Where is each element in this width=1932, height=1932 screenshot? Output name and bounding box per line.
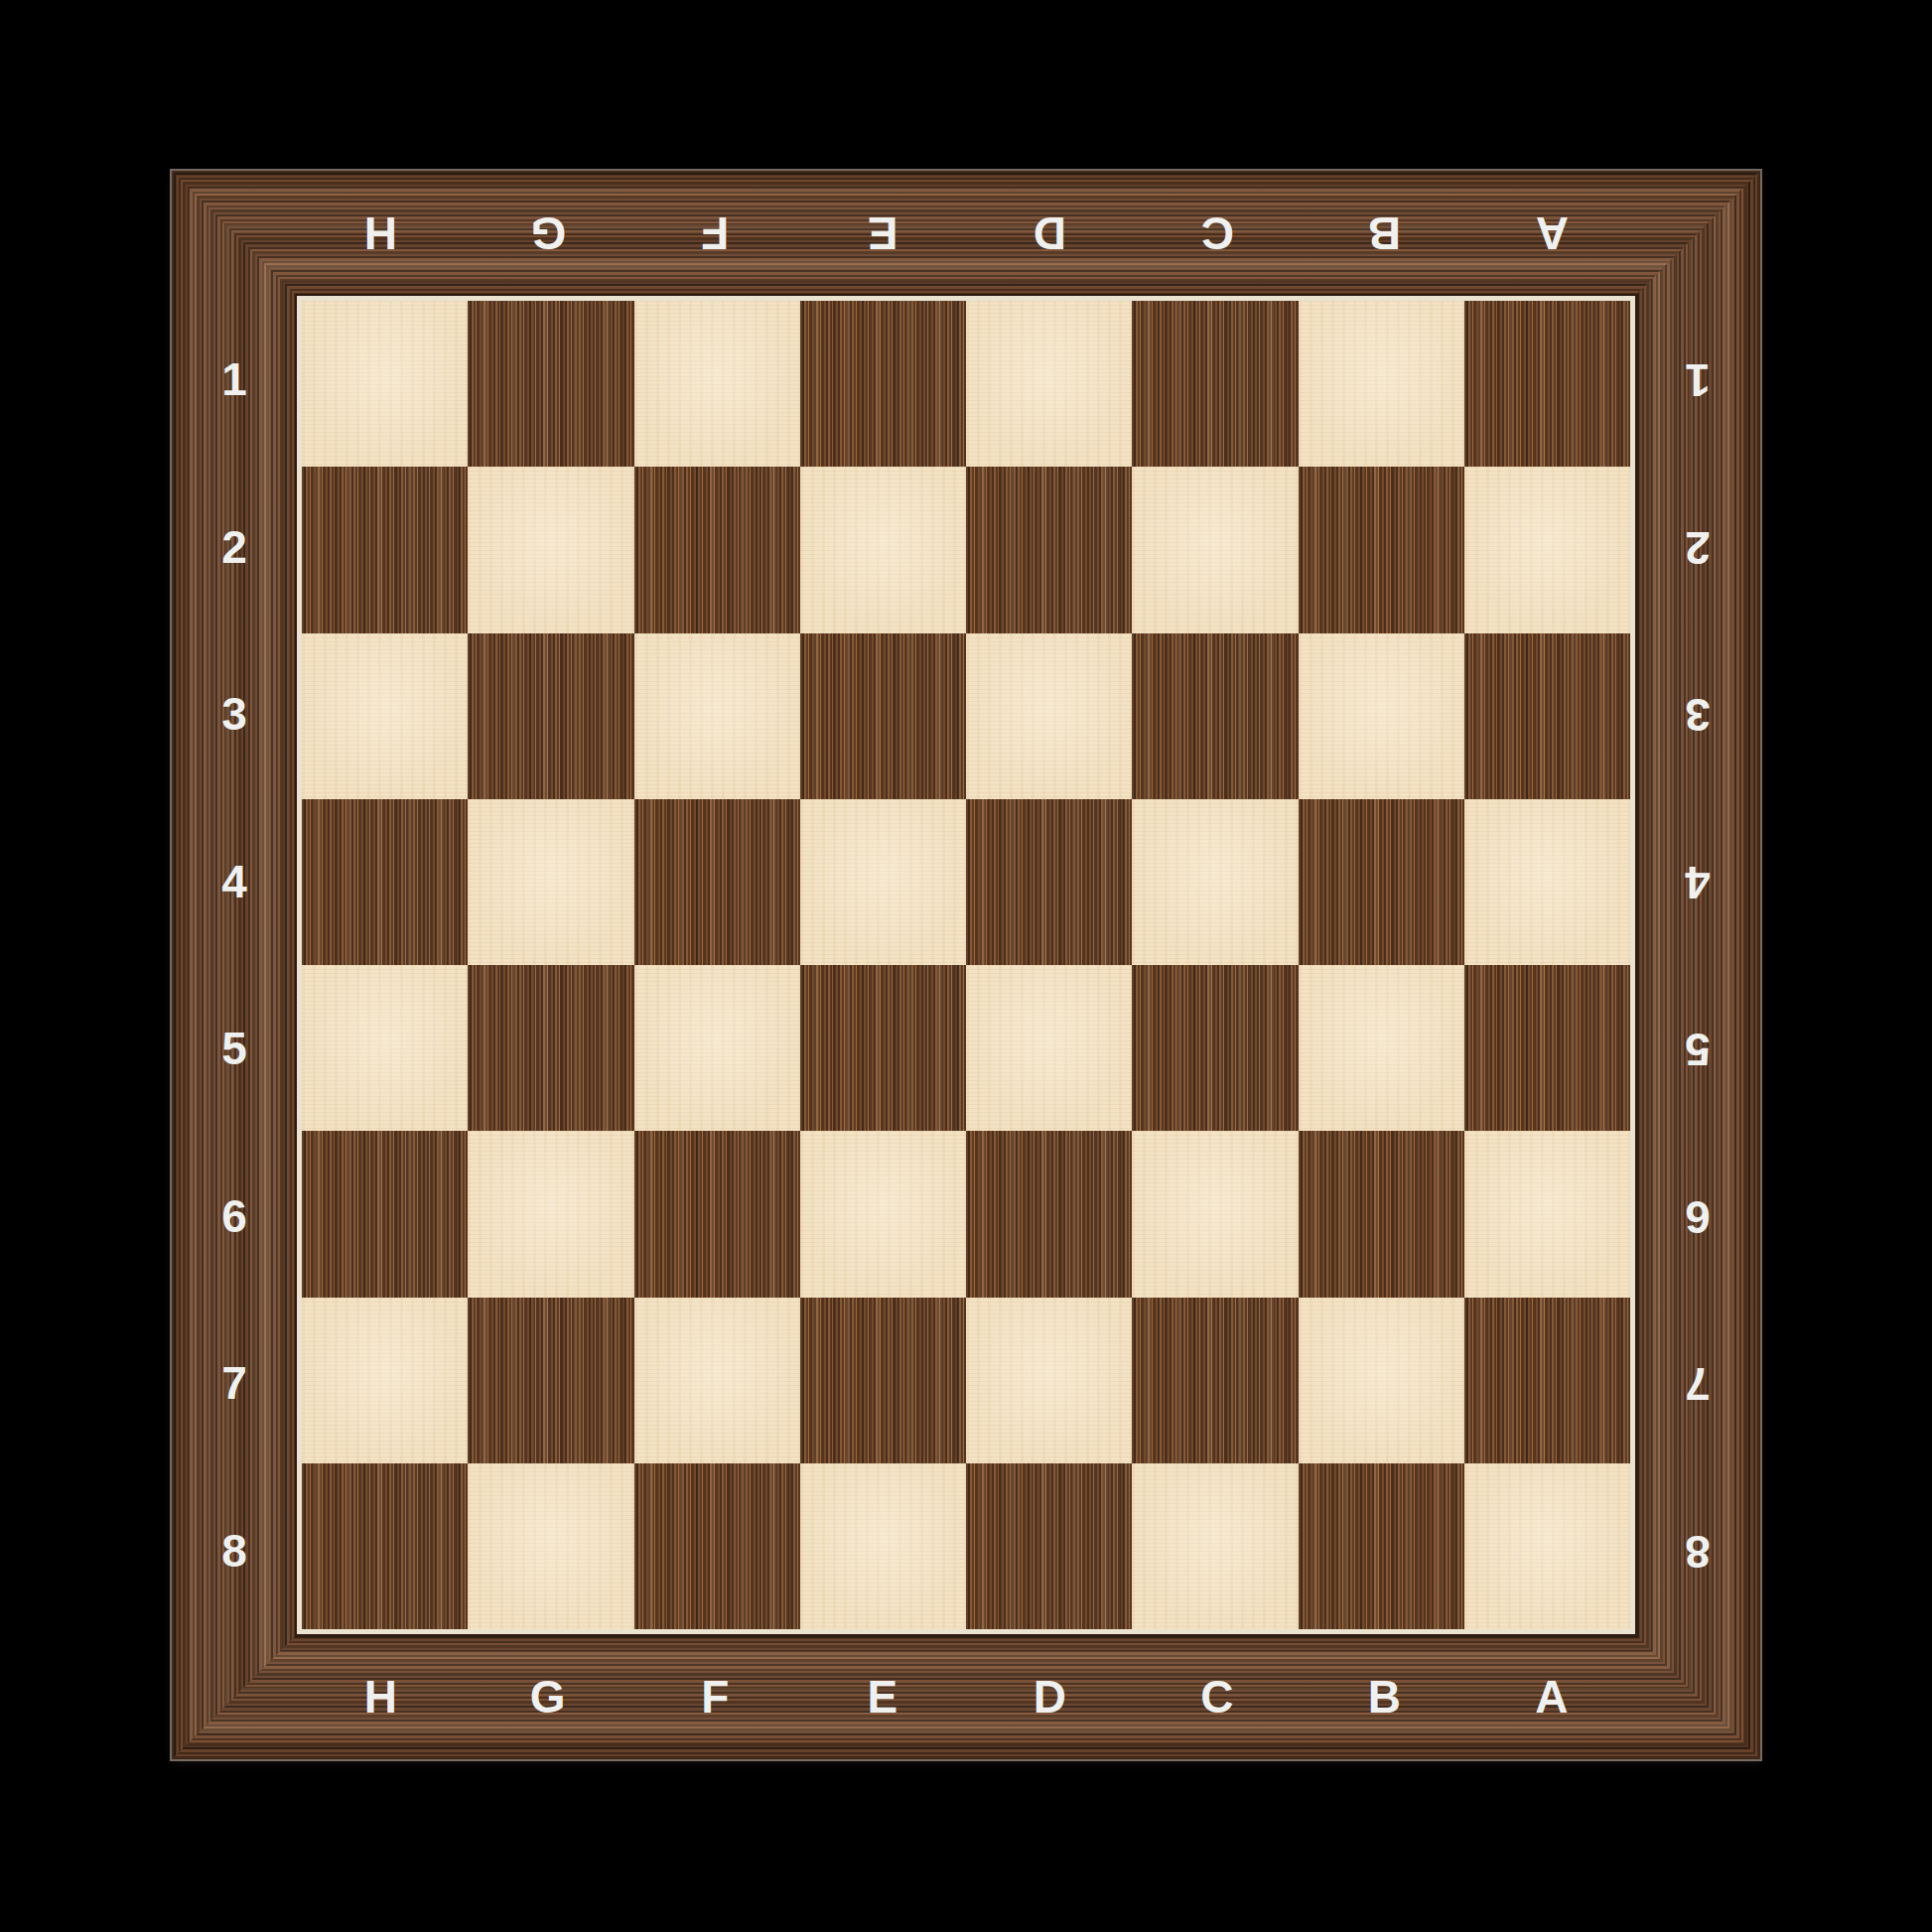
square-e8[interactable] <box>800 1463 966 1629</box>
square-a7[interactable] <box>1464 1298 1630 1463</box>
file-bottom-label-f: F <box>631 1634 799 1759</box>
file-bottom-label-c: C <box>1134 1634 1302 1759</box>
rank-right-label-6: 6 <box>1635 1133 1760 1301</box>
file-bottom-label-a: A <box>1468 1634 1636 1759</box>
square-f3[interactable] <box>634 633 800 799</box>
file-top-label-h: H <box>297 171 465 296</box>
square-h7[interactable] <box>302 1298 468 1463</box>
square-g8[interactable] <box>468 1463 633 1629</box>
square-f6[interactable] <box>634 1131 800 1297</box>
file-top-label-c: C <box>1134 171 1302 296</box>
square-h3[interactable] <box>302 633 468 799</box>
square-b3[interactable] <box>1299 633 1464 799</box>
square-c4[interactable] <box>1132 799 1298 965</box>
rank-right-label-3: 3 <box>1635 630 1760 798</box>
square-b7[interactable] <box>1299 1298 1464 1463</box>
square-h4[interactable] <box>302 799 468 965</box>
file-top-label-d: D <box>966 171 1134 296</box>
square-c6[interactable] <box>1132 1131 1298 1297</box>
file-top-label-e: E <box>799 171 967 296</box>
rank-left-label-4: 4 <box>172 798 297 966</box>
file-labels-bottom: HGFEDCBA <box>297 1634 1635 1759</box>
board-frame-right <box>1635 171 1760 1759</box>
rank-right-label-8: 8 <box>1635 1467 1760 1635</box>
file-bottom-label-d: D <box>966 1634 1134 1759</box>
rank-labels-right: 12345678 <box>1635 296 1760 1634</box>
rank-labels-left: 12345678 <box>172 296 297 1634</box>
file-top-label-b: B <box>1301 171 1468 296</box>
rank-right-label-2: 2 <box>1635 464 1760 631</box>
square-e1[interactable] <box>800 301 966 467</box>
square-b6[interactable] <box>1299 1131 1464 1297</box>
square-h8[interactable] <box>302 1463 468 1629</box>
square-c8[interactable] <box>1132 1463 1298 1629</box>
square-d5[interactable] <box>966 965 1132 1131</box>
square-b4[interactable] <box>1299 799 1464 965</box>
square-c3[interactable] <box>1132 633 1298 799</box>
square-f7[interactable] <box>634 1298 800 1463</box>
rank-left-label-6: 6 <box>172 1133 297 1301</box>
square-a1[interactable] <box>1464 301 1630 467</box>
square-h6[interactable] <box>302 1131 468 1297</box>
board-frame-left <box>172 171 297 1759</box>
file-labels-top: HGFEDCBA <box>297 171 1635 296</box>
square-d6[interactable] <box>966 1131 1132 1297</box>
square-a2[interactable] <box>1464 467 1630 632</box>
square-f4[interactable] <box>634 799 800 965</box>
square-g7[interactable] <box>468 1298 633 1463</box>
square-h2[interactable] <box>302 467 468 632</box>
rank-left-label-8: 8 <box>172 1467 297 1635</box>
file-bottom-label-g: G <box>465 1634 632 1759</box>
rank-right-label-5: 5 <box>1635 965 1760 1133</box>
square-g3[interactable] <box>468 633 633 799</box>
rank-right-label-7: 7 <box>1635 1300 1760 1467</box>
square-e6[interactable] <box>800 1131 966 1297</box>
square-f2[interactable] <box>634 467 800 632</box>
rank-left-label-3: 3 <box>172 630 297 798</box>
square-d1[interactable] <box>966 301 1132 467</box>
rank-left-label-1: 1 <box>172 296 297 464</box>
square-d7[interactable] <box>966 1298 1132 1463</box>
square-f1[interactable] <box>634 301 800 467</box>
square-h5[interactable] <box>302 965 468 1131</box>
square-b5[interactable] <box>1299 965 1464 1131</box>
square-h1[interactable] <box>302 301 468 467</box>
file-top-label-a: A <box>1468 171 1636 296</box>
file-bottom-label-e: E <box>799 1634 967 1759</box>
square-b2[interactable] <box>1299 467 1464 632</box>
square-c1[interactable] <box>1132 301 1298 467</box>
square-a6[interactable] <box>1464 1131 1630 1297</box>
square-e7[interactable] <box>800 1298 966 1463</box>
square-e3[interactable] <box>800 633 966 799</box>
playing-field <box>297 296 1635 1634</box>
photo-background: HGFEDCBA HGFEDCBA 12345678 12345678 <box>0 0 1932 1932</box>
square-f5[interactable] <box>634 965 800 1131</box>
square-e4[interactable] <box>800 799 966 965</box>
square-f8[interactable] <box>634 1463 800 1629</box>
square-a3[interactable] <box>1464 633 1630 799</box>
rank-right-label-4: 4 <box>1635 798 1760 966</box>
square-c5[interactable] <box>1132 965 1298 1131</box>
square-b1[interactable] <box>1299 301 1464 467</box>
square-d8[interactable] <box>966 1463 1132 1629</box>
rank-right-label-1: 1 <box>1635 296 1760 464</box>
square-g2[interactable] <box>468 467 633 632</box>
chess-board: HGFEDCBA HGFEDCBA 12345678 12345678 <box>172 171 1760 1759</box>
rank-left-label-5: 5 <box>172 965 297 1133</box>
square-a4[interactable] <box>1464 799 1630 965</box>
square-a5[interactable] <box>1464 965 1630 1131</box>
square-e2[interactable] <box>800 467 966 632</box>
square-a8[interactable] <box>1464 1463 1630 1629</box>
square-d2[interactable] <box>966 467 1132 632</box>
square-d3[interactable] <box>966 633 1132 799</box>
board-frame-bottom <box>172 1634 1760 1759</box>
file-bottom-label-h: H <box>297 1634 465 1759</box>
square-d4[interactable] <box>966 799 1132 965</box>
file-bottom-label-b: B <box>1301 1634 1468 1759</box>
square-g4[interactable] <box>468 799 633 965</box>
square-c2[interactable] <box>1132 467 1298 632</box>
square-g6[interactable] <box>468 1131 633 1297</box>
square-b8[interactable] <box>1299 1463 1464 1629</box>
rank-left-label-2: 2 <box>172 464 297 631</box>
file-top-label-f: F <box>631 171 799 296</box>
square-g1[interactable] <box>468 301 633 467</box>
square-g5[interactable] <box>468 965 633 1131</box>
square-e5[interactable] <box>800 965 966 1131</box>
file-top-label-g: G <box>465 171 632 296</box>
square-c7[interactable] <box>1132 1298 1298 1463</box>
board-frame-top <box>172 171 1760 296</box>
rank-left-label-7: 7 <box>172 1300 297 1467</box>
